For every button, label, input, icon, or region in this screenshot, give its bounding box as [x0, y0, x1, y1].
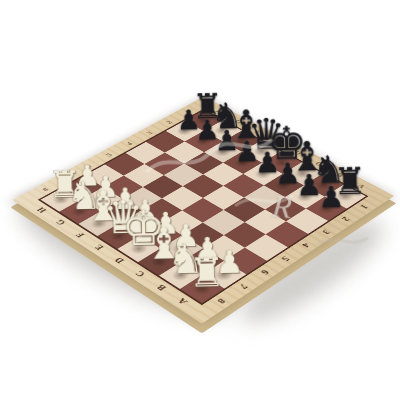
- chess-set-photo: HGFEDCBA HGFEDCBA 87654321 87654321 ♜♞♝♛…: [0, 0, 400, 400]
- piece-glyph: ♟: [299, 183, 364, 212]
- camera-tilt: HGFEDCBA HGFEDCBA 87654321 87654321 ♜♞♝♛…: [0, 0, 400, 400]
- piece-glyph: ♜: [172, 253, 242, 293]
- chess-board: HGFEDCBA HGFEDCBA 87654321 87654321 ♜♞♝♛…: [12, 96, 394, 323]
- perspective-stage: HGFEDCBA HGFEDCBA 87654321 87654321 ♜♞♝♛…: [0, 0, 400, 400]
